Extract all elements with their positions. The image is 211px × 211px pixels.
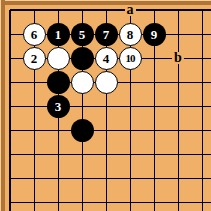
grid-line-vertical [154,142,155,166]
board-point-E11[interactable] [94,190,118,211]
grid-line-vertical [202,190,203,211]
grid-line-vertical [178,166,179,190]
board-point-C12[interactable] [46,166,70,190]
board-point-F14[interactable] [118,118,142,142]
board-point-E12[interactable] [94,166,118,190]
grid-line-vertical [202,22,203,46]
grid-line-vertical [34,70,35,94]
grid-line-vertical [202,166,203,190]
grid-line-vertical [154,46,155,70]
grid-line-vertical [154,118,155,142]
grid-line-vertical [178,190,179,211]
go-stone-white-move-6[interactable]: 6 [23,23,46,46]
go-stone-white-move-10[interactable]: 10 [119,47,142,70]
grid-line-vertical [58,118,59,142]
board-point-H17[interactable]: b [166,46,190,70]
go-stone-white-move-8[interactable]: 8 [119,23,142,46]
board-point-B17[interactable]: 2 [22,46,46,70]
go-board-diagram: a6157892410b3 [0,0,211,211]
grid-line-horizontal [10,9,22,11]
board-point-B18[interactable]: 6 [22,22,46,46]
grid-line-vertical [130,142,131,166]
grid-line-vertical [9,46,11,70]
board-point-H12[interactable] [166,166,190,190]
go-stone-white-move-4[interactable]: 4 [95,47,118,70]
grid-line-horizontal [10,58,22,59]
grid-line-vertical [34,190,35,211]
board-frame-top [0,0,211,5]
board-point-D15[interactable] [70,94,94,118]
grid-line-vertical [106,190,107,211]
grid-line-vertical [178,70,179,94]
go-stone-black-move-9[interactable]: 9 [143,23,166,46]
point-label-b[interactable]: b [166,46,190,70]
grid-line-vertical [202,46,203,70]
board-point-D16[interactable] [70,70,94,94]
grid-line-vertical [202,94,203,118]
grid-line-vertical [178,118,179,142]
board-point-D13[interactable] [70,142,94,166]
grid-line-vertical [106,142,107,166]
grid-line-horizontal [10,178,22,179]
go-stone-black-move-1[interactable]: 1 [47,23,70,46]
board-point-D17[interactable] [70,46,94,70]
board-point-B14[interactable] [22,118,46,142]
grid-line-vertical [9,190,11,211]
board-point-D14[interactable] [70,118,94,142]
grid-line-vertical [9,70,11,94]
grid-line-horizontal [190,82,211,83]
board-point-F13[interactable] [118,142,142,166]
grid-line-horizontal [190,130,211,131]
go-stone-black[interactable] [71,47,94,70]
board-point-H18[interactable] [166,22,190,46]
board-point-F18[interactable]: 8 [118,22,142,46]
grid-line-vertical [82,166,83,190]
grid-line-horizontal [190,106,211,107]
board-point-J14[interactable] [190,118,211,142]
board-point-E16[interactable] [94,70,118,94]
grid-line-vertical [34,118,35,142]
board-point-C14[interactable] [46,118,70,142]
go-stone-black[interactable] [47,71,70,94]
point-label-text: a [125,4,136,16]
board-point-E18[interactable]: 7 [94,22,118,46]
grid-line-vertical [178,22,179,46]
board-point-F16[interactable] [118,70,142,94]
grid-line-vertical [9,10,11,22]
grid-line-vertical [82,10,83,22]
grid-line-vertical [130,190,131,211]
grid-line-vertical [34,94,35,118]
board-point-G14[interactable] [142,118,166,142]
grid-line-vertical [82,142,83,166]
grid-line-vertical [34,142,35,166]
board-point-H11[interactable] [166,190,190,211]
go-stone-white[interactable] [71,71,94,94]
grid-line-horizontal [10,34,22,35]
grid-line-vertical [9,166,11,190]
grid-line-vertical [9,142,11,166]
grid-line-vertical [9,22,11,46]
board-point-F12[interactable] [118,166,142,190]
board-point-H13[interactable] [166,142,190,166]
go-stone-white[interactable] [95,71,118,94]
board-point-G17[interactable] [142,46,166,70]
grid-line-vertical [178,10,179,22]
grid-line-vertical [106,118,107,142]
board-point-C18[interactable]: 1 [46,22,70,46]
board-point-B15[interactable] [22,94,46,118]
grid-line-horizontal [10,202,22,203]
grid-line-horizontal [190,58,211,59]
point-label-text: b [172,52,184,64]
board-point-F15[interactable] [118,94,142,118]
grid-line-vertical [34,166,35,190]
board-point-E15[interactable] [94,94,118,118]
board-point-E17[interactable]: 4 [94,46,118,70]
board-point-G16[interactable] [142,70,166,94]
board-point-B12[interactable] [22,166,46,190]
board-point-G15[interactable] [142,94,166,118]
grid-line-vertical [130,70,131,94]
board-point-D18[interactable]: 5 [70,22,94,46]
board-point-J12[interactable] [190,166,211,190]
grid-line-vertical [106,166,107,190]
board-point-D12[interactable] [70,166,94,190]
board-point-C16[interactable] [46,70,70,94]
grid-line-vertical [178,142,179,166]
grid-line-vertical [106,94,107,118]
grid-line-horizontal [190,202,211,203]
grid-line-vertical [130,166,131,190]
board-point-J18[interactable] [190,22,211,46]
board-point-F11[interactable] [118,190,142,211]
grid-line-vertical [202,10,203,22]
board-point-G12[interactable] [142,166,166,190]
board-point-B13[interactable] [22,142,46,166]
grid-line-horizontal [10,130,22,131]
grid-line-horizontal [10,106,22,107]
board-point-B16[interactable] [22,70,46,94]
go-stone-black-move-7[interactable]: 7 [95,23,118,46]
board-point-J13[interactable] [190,142,211,166]
go-stone-black-move-5[interactable]: 5 [71,23,94,46]
grid-line-vertical [154,70,155,94]
grid-line-vertical [154,94,155,118]
grid-line-vertical [58,166,59,190]
board-point-J11[interactable] [190,190,211,211]
grid-line-vertical [202,70,203,94]
board-point-C17[interactable] [46,46,70,70]
grid-line-vertical [58,190,59,211]
grid-line-vertical [82,94,83,118]
board-point-H14[interactable] [166,118,190,142]
board-point-C13[interactable] [46,142,70,166]
grid-line-vertical [9,118,11,142]
grid-line-vertical [154,166,155,190]
grid-line-vertical [154,10,155,22]
grid-line-vertical [130,118,131,142]
go-board-grid: a6157892410b3 [0,0,211,211]
board-point-H15[interactable] [166,94,190,118]
grid-line-vertical [202,142,203,166]
board-point-G18[interactable]: 9 [142,22,166,46]
board-point-B11[interactable] [22,190,46,211]
grid-line-vertical [34,10,35,22]
grid-line-vertical [58,10,59,22]
grid-line-vertical [130,94,131,118]
grid-line-vertical [82,190,83,211]
go-stone-white[interactable] [47,47,70,70]
go-stone-black[interactable] [71,119,94,142]
grid-line-horizontal [190,9,211,11]
grid-line-vertical [202,118,203,142]
grid-line-horizontal [10,154,22,155]
board-point-G11[interactable] [142,190,166,211]
grid-line-horizontal [190,178,211,179]
go-stone-white-move-2[interactable]: 2 [23,47,46,70]
board-point-F17[interactable]: 10 [118,46,142,70]
board-frame-left [0,0,5,211]
board-point-E14[interactable] [94,118,118,142]
board-point-H16[interactable] [166,70,190,94]
board-point-G13[interactable] [142,142,166,166]
board-point-J15[interactable] [190,94,211,118]
board-point-E13[interactable] [94,142,118,166]
board-point-J16[interactable] [190,70,211,94]
grid-line-vertical [58,142,59,166]
grid-line-horizontal [190,154,211,155]
board-point-D11[interactable] [70,190,94,211]
grid-line-vertical [178,94,179,118]
board-point-J17[interactable] [190,46,211,70]
board-point-C15[interactable]: 3 [46,94,70,118]
go-stone-black-move-3[interactable]: 3 [47,95,70,118]
grid-line-horizontal [190,34,211,35]
board-point-C11[interactable] [46,190,70,211]
grid-line-vertical [154,190,155,211]
grid-line-horizontal [10,82,22,83]
grid-line-vertical [9,94,11,118]
grid-line-vertical [106,10,107,22]
